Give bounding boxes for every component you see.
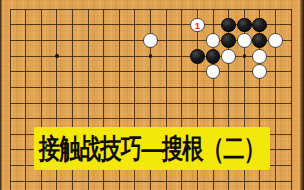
grid-line-horizontal [10,9,292,10]
title-text: 接触战技巧—搜根（二） [39,135,265,163]
black-stone [206,49,221,64]
black-stone [237,18,252,33]
grid-line-horizontal [10,71,292,72]
board-left-edge [0,0,2,190]
white-stone [143,33,158,48]
title-banner: 接触战技巧—搜根（二） [34,127,270,170]
black-stone [221,33,236,48]
white-stone [206,33,221,48]
star-point [243,54,246,57]
black-stone [252,33,267,48]
move-number-label: 1 [195,21,200,31]
white-stone [252,64,267,79]
grid-line-vertical [25,9,26,190]
grid-line-horizontal [10,118,292,119]
white-stone [206,64,221,79]
grid-line-horizontal [10,181,292,182]
black-stone [190,49,205,64]
grid-line-horizontal [10,87,292,88]
star-point [55,54,58,57]
grid-line-vertical [10,9,11,190]
white-stone [221,49,236,64]
board-right-edge [300,0,304,190]
grid-line-horizontal [10,103,292,104]
black-stone [221,18,236,33]
white-stone [237,33,252,48]
white-stone [268,33,283,48]
star-point [149,54,152,57]
grid-line-vertical [291,9,292,190]
black-stone [252,18,267,33]
video-frame: 1 接触战技巧—搜根（二） [0,0,304,190]
white-stone [252,49,267,64]
white-stone: 1 [190,18,205,33]
